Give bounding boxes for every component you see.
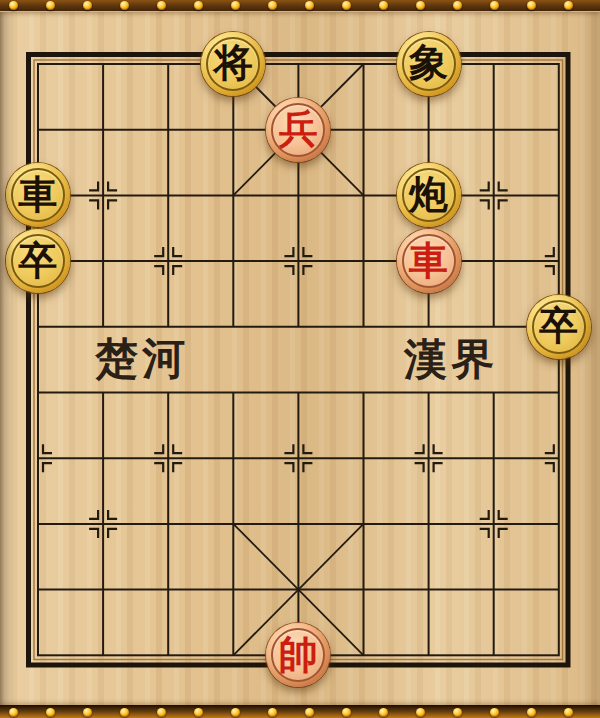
board-point-c6-r6[interactable] bbox=[396, 425, 461, 491]
rivet bbox=[9, 708, 18, 717]
board-point-c4-r2[interactable] bbox=[266, 163, 331, 229]
board-point-c8-r8[interactable] bbox=[526, 557, 591, 623]
rivet bbox=[231, 1, 240, 10]
rivet bbox=[9, 1, 18, 10]
board-point-c7-r9[interactable] bbox=[461, 622, 526, 688]
piece-glyph-black-general: 将 bbox=[214, 43, 253, 82]
board-point-c5-r4[interactable] bbox=[331, 294, 396, 360]
board-point-c0-r0[interactable] bbox=[5, 31, 70, 97]
rivet bbox=[379, 1, 388, 10]
board-point-c3-r9[interactable] bbox=[201, 622, 266, 688]
board-point-c3-r1[interactable] bbox=[201, 97, 266, 163]
rivet bbox=[157, 1, 166, 10]
xiangqi-app-screen: 楚河 漢界 将象兵車炮卒車卒帥 bbox=[0, 0, 600, 718]
board-point-c2-r5[interactable] bbox=[136, 360, 201, 426]
board-point-c5-r0[interactable] bbox=[331, 31, 396, 97]
board-point-c8-r0[interactable] bbox=[526, 31, 591, 97]
board-point-c1-r1[interactable] bbox=[71, 97, 136, 163]
board-point-c7-r0[interactable] bbox=[461, 31, 526, 97]
rivet bbox=[342, 1, 351, 10]
board-point-c2-r9[interactable] bbox=[136, 622, 201, 688]
board-point-c2-r0[interactable] bbox=[136, 31, 201, 97]
piece-glyph-red-pawn: 兵 bbox=[279, 109, 318, 148]
rivet bbox=[120, 708, 129, 717]
board-point-c3-r7[interactable] bbox=[201, 491, 266, 557]
board-point-c1-r5[interactable] bbox=[71, 360, 136, 426]
board-point-c7-r2[interactable] bbox=[461, 163, 526, 229]
board-point-c0-r9[interactable] bbox=[5, 622, 70, 688]
rivet bbox=[416, 1, 425, 10]
board-point-c2-r6[interactable] bbox=[136, 425, 201, 491]
rivet bbox=[268, 1, 277, 10]
board-point-c2-r2[interactable] bbox=[136, 163, 201, 229]
board-point-c8-r6[interactable] bbox=[526, 425, 591, 491]
board-point-c7-r5[interactable] bbox=[461, 360, 526, 426]
rivet bbox=[46, 1, 55, 10]
board-point-c2-r4[interactable] bbox=[136, 294, 201, 360]
rivet bbox=[120, 1, 129, 10]
board-point-c7-r4[interactable] bbox=[461, 294, 526, 360]
rivet bbox=[527, 708, 536, 717]
board-point-c5-r3[interactable] bbox=[331, 228, 396, 294]
board-point-c5-r1[interactable] bbox=[331, 97, 396, 163]
board-point-c8-r2[interactable] bbox=[526, 163, 591, 229]
board-point-c1-r4[interactable] bbox=[71, 294, 136, 360]
rivet bbox=[453, 708, 462, 717]
rivet bbox=[305, 1, 314, 10]
board-point-c2-r8[interactable] bbox=[136, 557, 201, 623]
bottom-frame-bar bbox=[0, 705, 600, 718]
board-point-c1-r9[interactable] bbox=[71, 622, 136, 688]
piece-black-cannon[interactable]: 炮 bbox=[397, 163, 461, 227]
rivet bbox=[268, 708, 277, 717]
piece-glyph-black-pawn-b: 卒 bbox=[539, 306, 578, 345]
board-point-c4-r6[interactable] bbox=[266, 425, 331, 491]
board-point-c7-r8[interactable] bbox=[461, 557, 526, 623]
board-point-c4-r4[interactable] bbox=[266, 294, 331, 360]
board-point-c8-r3[interactable] bbox=[526, 228, 591, 294]
piece-black-pawn-a[interactable]: 卒 bbox=[6, 229, 70, 293]
board-point-c5-r6[interactable] bbox=[331, 425, 396, 491]
board-point-c0-r1[interactable] bbox=[5, 97, 70, 163]
board-point-c3-r8[interactable] bbox=[201, 557, 266, 623]
board-point-c4-r5[interactable] bbox=[266, 360, 331, 426]
rivet bbox=[194, 708, 203, 717]
board-point-c0-r5[interactable] bbox=[5, 360, 70, 426]
board-point-c1-r3[interactable] bbox=[71, 228, 136, 294]
rivet bbox=[46, 708, 55, 717]
board-point-c2-r3[interactable] bbox=[136, 228, 201, 294]
rivet bbox=[564, 708, 573, 717]
rivet bbox=[83, 708, 92, 717]
board-point-c0-r6[interactable] bbox=[5, 425, 70, 491]
piece-black-pawn-b[interactable]: 卒 bbox=[527, 295, 591, 359]
board-point-c0-r4[interactable] bbox=[5, 294, 70, 360]
board-point-c1-r7[interactable] bbox=[71, 491, 136, 557]
board-point-c7-r7[interactable] bbox=[461, 491, 526, 557]
board-point-c5-r7[interactable] bbox=[331, 491, 396, 557]
board-point-c3-r2[interactable] bbox=[201, 163, 266, 229]
board-point-c8-r7[interactable] bbox=[526, 491, 591, 557]
piece-black-general[interactable]: 将 bbox=[201, 32, 265, 96]
board-point-c0-r7[interactable] bbox=[5, 491, 70, 557]
rivet bbox=[342, 708, 351, 717]
piece-glyph-black-elephant: 象 bbox=[409, 43, 448, 82]
rivet bbox=[231, 708, 240, 717]
board-point-c7-r1[interactable] bbox=[461, 97, 526, 163]
board-point-c8-r9[interactable] bbox=[526, 622, 591, 688]
board-point-c7-r6[interactable] bbox=[461, 425, 526, 491]
piece-glyph-black-cannon: 炮 bbox=[409, 175, 448, 214]
board-point-c1-r2[interactable] bbox=[71, 163, 136, 229]
board-point-c5-r9[interactable] bbox=[331, 622, 396, 688]
board-point-c1-r6[interactable] bbox=[71, 425, 136, 491]
piece-red-chariot[interactable]: 車 bbox=[397, 229, 461, 293]
piece-red-pawn[interactable]: 兵 bbox=[266, 98, 330, 162]
piece-black-chariot[interactable]: 車 bbox=[6, 163, 70, 227]
board-point-c3-r6[interactable] bbox=[201, 425, 266, 491]
rivet bbox=[157, 708, 166, 717]
board-point-c0-r8[interactable] bbox=[5, 557, 70, 623]
board-grid: 将象兵車炮卒車卒帥 bbox=[5, 31, 591, 688]
rivet bbox=[379, 708, 388, 717]
piece-glyph-red-general: 帥 bbox=[279, 635, 318, 674]
piece-glyph-red-chariot: 車 bbox=[409, 241, 448, 280]
board-point-c7-r3[interactable] bbox=[461, 228, 526, 294]
rivet bbox=[453, 1, 462, 10]
board-point-c5-r5[interactable] bbox=[331, 360, 396, 426]
board-point-c6-r8[interactable] bbox=[396, 557, 461, 623]
rivet bbox=[83, 1, 92, 10]
board-point-c1-r0[interactable] bbox=[71, 31, 136, 97]
rivet bbox=[564, 1, 573, 10]
board-point-c6-r9[interactable] bbox=[396, 622, 461, 688]
board-point-c6-r5[interactable] bbox=[396, 360, 461, 426]
top-frame-bar bbox=[0, 0, 600, 12]
board-point-c5-r8[interactable] bbox=[331, 557, 396, 623]
board-point-c3-r5[interactable] bbox=[201, 360, 266, 426]
rivet bbox=[490, 1, 499, 10]
board-point-c8-r5[interactable] bbox=[526, 360, 591, 426]
board-point-c6-r1[interactable] bbox=[396, 97, 461, 163]
board-point-c2-r7[interactable] bbox=[136, 491, 201, 557]
rivet bbox=[490, 708, 499, 717]
rivet bbox=[305, 708, 314, 717]
board-point-c6-r4[interactable] bbox=[396, 294, 461, 360]
board-point-c8-r1[interactable] bbox=[526, 97, 591, 163]
board-point-c4-r8[interactable] bbox=[266, 557, 331, 623]
piece-glyph-black-chariot: 車 bbox=[18, 175, 57, 214]
board-point-c4-r7[interactable] bbox=[266, 491, 331, 557]
rivet bbox=[416, 708, 425, 717]
board-point-c2-r1[interactable] bbox=[136, 97, 201, 163]
board-point-c3-r4[interactable] bbox=[201, 294, 266, 360]
piece-black-elephant[interactable]: 象 bbox=[397, 32, 461, 96]
piece-glyph-black-pawn-a: 卒 bbox=[18, 241, 57, 280]
board-point-c1-r8[interactable] bbox=[71, 557, 136, 623]
rivet bbox=[194, 1, 203, 10]
board-point-c6-r7[interactable] bbox=[396, 491, 461, 557]
board-point-c5-r2[interactable] bbox=[331, 163, 396, 229]
rivet bbox=[527, 1, 536, 10]
board-point-c4-r3[interactable] bbox=[266, 228, 331, 294]
board-point-c3-r3[interactable] bbox=[201, 228, 266, 294]
board-point-c4-r0[interactable] bbox=[266, 31, 331, 97]
